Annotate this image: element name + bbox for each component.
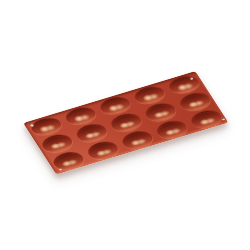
cavity-r3-c3 (118, 129, 155, 152)
cavity-r3-c4 (153, 118, 190, 141)
photo-canvas (0, 0, 250, 250)
silicone-mold (23, 71, 229, 175)
cavity-r3-c1 (49, 149, 86, 172)
cavity-r3-c5 (187, 108, 224, 131)
cavity-r3-c2 (84, 139, 121, 162)
cavity-grid (23, 71, 229, 175)
